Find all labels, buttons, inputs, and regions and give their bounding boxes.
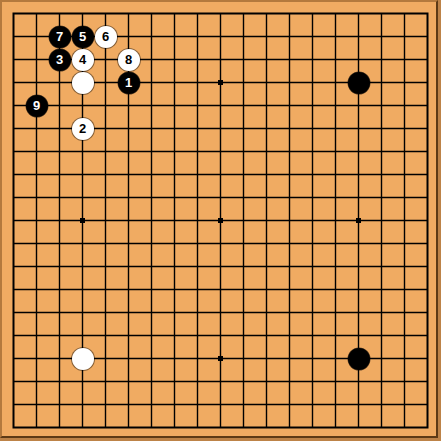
stone-black-move-9-be: 9 (26, 95, 48, 117)
stone-white-plain-dp (72, 348, 94, 370)
stone-black-plain-pp (348, 348, 370, 370)
stone-white-move-8-fc: 8 (118, 49, 140, 71)
stone-black-move-5-db: 5 (72, 26, 94, 48)
star-point (218, 356, 223, 361)
stone-black-plain-pd (348, 72, 370, 94)
stone-white-move-2-df: 2 (72, 118, 94, 140)
stone-black-move-7-cb: 7 (49, 26, 71, 48)
stone-white-move-4-dc: 4 (72, 49, 94, 71)
star-point (218, 218, 223, 223)
stone-white-move-6-eb: 6 (95, 26, 117, 48)
stone-white-plain-dd (72, 72, 94, 94)
star-point (80, 218, 85, 223)
stone-black-move-1-fd: 1 (118, 72, 140, 94)
star-point (356, 218, 361, 223)
star-point (218, 80, 223, 85)
go-board: 123456789 (0, 0, 441, 441)
stone-black-move-3-cc: 3 (49, 49, 71, 71)
